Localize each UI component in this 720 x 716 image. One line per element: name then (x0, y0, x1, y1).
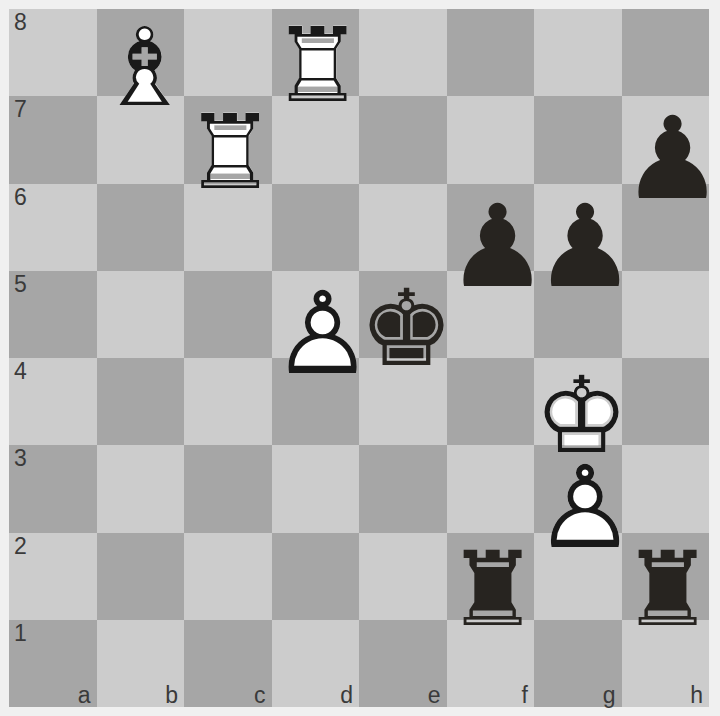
square-e7[interactable] (359, 96, 447, 183)
piece-white-rook-c7[interactable]: ♜♖ (184, 96, 272, 183)
piece-white-pawn-d5[interactable]: ♟♙ (272, 271, 360, 358)
rank-label-5: 5 (14, 272, 27, 297)
square-c7[interactable]: ♜♖ (184, 96, 272, 183)
square-c5[interactable] (184, 271, 272, 358)
square-b8[interactable]: ♝♗ (97, 9, 185, 96)
file-label-d: d (340, 683, 353, 707)
piece-black-pawn-g6[interactable]: ♟ (534, 184, 622, 271)
piece-black-king-e5[interactable]: ♚ (359, 271, 447, 358)
square-e6[interactable] (359, 184, 447, 271)
black-king-glyph: ♚ (359, 276, 454, 382)
black-pawn-glyph: ♟ (622, 102, 720, 216)
file-label-c: c (254, 683, 266, 707)
piece-black-pawn-h7[interactable]: ♟ (622, 96, 710, 183)
square-b6[interactable] (97, 184, 185, 271)
square-g4[interactable]: ♚♔ (534, 358, 622, 445)
black-rook-glyph: ♜ (622, 538, 714, 641)
square-g8[interactable] (534, 9, 622, 96)
file-label-e: e (428, 683, 441, 707)
square-d2[interactable] (272, 533, 360, 620)
piece-black-rook-f2[interactable]: ♜ (447, 533, 535, 620)
square-h8[interactable] (622, 9, 710, 96)
black-pawn-glyph: ♟ (534, 189, 636, 303)
rank-label-1: 1 (14, 621, 27, 646)
square-c3[interactable] (184, 445, 272, 532)
file-label-f: f (522, 683, 528, 707)
piece-white-pawn-g3[interactable]: ♟♙ (534, 445, 622, 532)
rank-label-2: 2 (14, 534, 27, 559)
square-c2[interactable] (184, 533, 272, 620)
square-d8[interactable]: ♜♖ (272, 9, 360, 96)
square-a5[interactable]: 5 (9, 271, 97, 358)
white-rook-outline-glyph: ♖ (272, 14, 364, 117)
square-e2[interactable] (359, 533, 447, 620)
rank-label-8: 8 (14, 10, 27, 35)
square-f7[interactable] (447, 96, 535, 183)
square-g7[interactable] (534, 96, 622, 183)
square-h4[interactable] (622, 358, 710, 445)
square-f3[interactable] (447, 445, 535, 532)
square-f8[interactable] (447, 9, 535, 96)
square-b4[interactable] (97, 358, 185, 445)
square-c4[interactable] (184, 358, 272, 445)
square-e8[interactable] (359, 9, 447, 96)
square-b2[interactable] (97, 533, 185, 620)
piece-black-pawn-f6[interactable]: ♟ (447, 184, 535, 271)
chess-board: 8♝♗♜♖7♜♖♟6♟♟5♟♙♚4♚♔3♟♙2♜♜1abcdefgh (9, 9, 709, 707)
file-label-h: h (690, 683, 703, 707)
square-a3[interactable]: 3 (9, 445, 97, 532)
piece-white-rook-d8[interactable]: ♜♖ (272, 9, 360, 96)
file-label-a: a (78, 683, 91, 707)
square-b3[interactable] (97, 445, 185, 532)
square-d3[interactable] (272, 445, 360, 532)
rank-label-7: 7 (14, 97, 27, 122)
rank-label-3: 3 (14, 446, 27, 471)
piece-black-rook-h2[interactable]: ♜ (622, 533, 710, 620)
piece-white-bishop-b8[interactable]: ♝♗ (97, 9, 185, 96)
square-a4[interactable]: 4 (9, 358, 97, 445)
square-e1[interactable]: e (359, 620, 447, 707)
piece-white-king-g4[interactable]: ♚♔ (534, 358, 622, 445)
square-b1[interactable]: b (97, 620, 185, 707)
square-g3[interactable]: ♟♙ (534, 445, 622, 532)
square-h2[interactable]: ♜ (622, 533, 710, 620)
square-a7[interactable]: 7 (9, 96, 97, 183)
file-label-g: g (603, 683, 616, 707)
square-a2[interactable]: 2 (9, 533, 97, 620)
square-e5[interactable]: ♚ (359, 271, 447, 358)
square-g1[interactable]: g (534, 620, 622, 707)
square-a1[interactable]: 1a (9, 620, 97, 707)
square-f2[interactable]: ♜ (447, 533, 535, 620)
square-h7[interactable]: ♟ (622, 96, 710, 183)
square-a6[interactable]: 6 (9, 184, 97, 271)
square-f4[interactable] (447, 358, 535, 445)
square-c8[interactable] (184, 9, 272, 96)
square-e3[interactable] (359, 445, 447, 532)
file-label-b: b (165, 683, 178, 707)
white-rook-outline-glyph: ♖ (184, 101, 276, 204)
rank-label-6: 6 (14, 185, 27, 210)
black-rook-glyph: ♜ (447, 538, 539, 641)
square-d1[interactable]: d (272, 620, 360, 707)
square-d6[interactable] (272, 184, 360, 271)
square-a8[interactable]: 8 (9, 9, 97, 96)
white-bishop-outline-glyph: ♗ (97, 14, 194, 122)
square-g6[interactable]: ♟ (534, 184, 622, 271)
square-f6[interactable]: ♟ (447, 184, 535, 271)
rank-label-4: 4 (14, 359, 27, 384)
square-c1[interactable]: c (184, 620, 272, 707)
square-d5[interactable]: ♟♙ (272, 271, 360, 358)
square-b5[interactable] (97, 271, 185, 358)
